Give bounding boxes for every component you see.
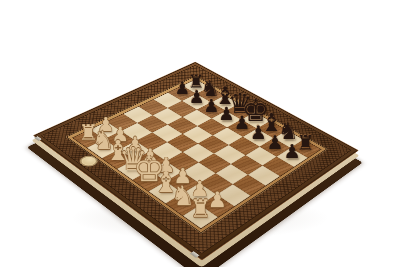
board-top-face	[33, 62, 359, 261]
perspective-scene	[0, 0, 400, 267]
chess-board-3d	[33, 62, 359, 261]
product-photo-stage: ♜♞♝♛♚♝♞♜♟♟♟♟♟♟♟♟♟♟♟♟♟♟♟♟♜♞♝♛♚♝♞♜	[0, 0, 400, 267]
